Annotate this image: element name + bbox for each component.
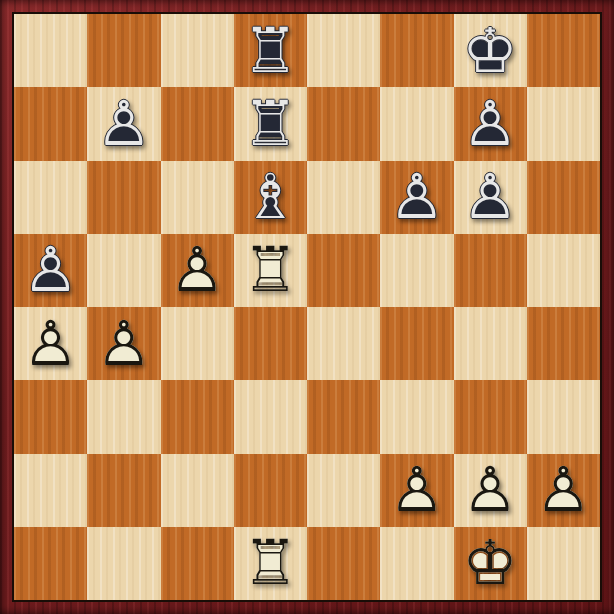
square-a5[interactable]: ♟♙	[14, 234, 87, 307]
square-c6[interactable]	[161, 161, 234, 234]
square-b6[interactable]	[87, 161, 160, 234]
square-h4[interactable]	[527, 307, 600, 380]
white-rook-d5[interactable]: ♜♖	[234, 234, 307, 307]
king-glyph-outline: ♔	[454, 527, 527, 600]
pawn-glyph-outline: ♙	[87, 87, 160, 160]
square-g5[interactable]	[454, 234, 527, 307]
square-a6[interactable]	[14, 161, 87, 234]
square-d1[interactable]: ♜♖	[234, 527, 307, 600]
rook-glyph-outline: ♖	[234, 14, 307, 87]
square-g7[interactable]: ♟♙	[454, 87, 527, 160]
square-a1[interactable]	[14, 527, 87, 600]
black-king-g8[interactable]: ♚♔	[454, 14, 527, 87]
square-b1[interactable]	[87, 527, 160, 600]
square-b2[interactable]	[87, 454, 160, 527]
white-pawn-h2[interactable]: ♟♙	[527, 454, 600, 527]
rook-glyph-outline: ♖	[234, 527, 307, 600]
square-f1[interactable]	[380, 527, 453, 600]
pawn-glyph-outline: ♙	[161, 234, 234, 307]
board-frame: ♜♖♚♔♟♙♜♖♟♙♝♗♟♙♟♙♟♙♟♙♜♖♟♙♟♙♟♙♟♙♟♙♜♖♚♔	[0, 0, 614, 614]
white-king-g1[interactable]: ♚♔	[454, 527, 527, 600]
pawn-glyph-outline: ♙	[14, 307, 87, 380]
square-h8[interactable]	[527, 14, 600, 87]
pawn-glyph-outline: ♙	[454, 454, 527, 527]
bishop-glyph-outline: ♗	[234, 161, 307, 234]
square-b7[interactable]: ♟♙	[87, 87, 160, 160]
square-h3[interactable]	[527, 380, 600, 453]
square-c2[interactable]	[161, 454, 234, 527]
pawn-glyph-outline: ♙	[380, 454, 453, 527]
square-g6[interactable]: ♟♙	[454, 161, 527, 234]
square-h1[interactable]	[527, 527, 600, 600]
black-bishop-d6[interactable]: ♝♗	[234, 161, 307, 234]
square-c7[interactable]	[161, 87, 234, 160]
rook-glyph-outline: ♖	[234, 234, 307, 307]
black-pawn-g6[interactable]: ♟♙	[454, 161, 527, 234]
square-e1[interactable]	[307, 527, 380, 600]
pawn-glyph-outline: ♙	[527, 454, 600, 527]
square-b5[interactable]	[87, 234, 160, 307]
square-c3[interactable]	[161, 380, 234, 453]
white-pawn-f2[interactable]: ♟♙	[380, 454, 453, 527]
black-pawn-b7[interactable]: ♟♙	[87, 87, 160, 160]
square-c4[interactable]	[161, 307, 234, 380]
square-d5[interactable]: ♜♖	[234, 234, 307, 307]
square-f5[interactable]	[380, 234, 453, 307]
square-d6[interactable]: ♝♗	[234, 161, 307, 234]
square-b8[interactable]	[87, 14, 160, 87]
square-h2[interactable]: ♟♙	[527, 454, 600, 527]
square-g1[interactable]: ♚♔	[454, 527, 527, 600]
square-h6[interactable]	[527, 161, 600, 234]
square-g3[interactable]	[454, 380, 527, 453]
square-a4[interactable]: ♟♙	[14, 307, 87, 380]
square-d7[interactable]: ♜♖	[234, 87, 307, 160]
white-pawn-g2[interactable]: ♟♙	[454, 454, 527, 527]
square-f7[interactable]	[380, 87, 453, 160]
black-pawn-g7[interactable]: ♟♙	[454, 87, 527, 160]
square-d2[interactable]	[234, 454, 307, 527]
black-pawn-a5[interactable]: ♟♙	[14, 234, 87, 307]
square-e7[interactable]	[307, 87, 380, 160]
white-rook-d1[interactable]: ♜♖	[234, 527, 307, 600]
pawn-glyph-outline: ♙	[380, 161, 453, 234]
square-f2[interactable]: ♟♙	[380, 454, 453, 527]
square-g2[interactable]: ♟♙	[454, 454, 527, 527]
king-glyph-outline: ♔	[454, 14, 527, 87]
chess-board: ♜♖♚♔♟♙♜♖♟♙♝♗♟♙♟♙♟♙♟♙♜♖♟♙♟♙♟♙♟♙♟♙♜♖♚♔	[12, 12, 602, 602]
square-c5[interactable]: ♟♙	[161, 234, 234, 307]
square-b3[interactable]	[87, 380, 160, 453]
square-e3[interactable]	[307, 380, 380, 453]
pawn-glyph-outline: ♙	[87, 307, 160, 380]
square-g4[interactable]	[454, 307, 527, 380]
square-h5[interactable]	[527, 234, 600, 307]
square-f4[interactable]	[380, 307, 453, 380]
square-d8[interactable]: ♜♖	[234, 14, 307, 87]
pawn-glyph-outline: ♙	[454, 87, 527, 160]
pawn-glyph-outline: ♙	[454, 161, 527, 234]
black-pawn-f6[interactable]: ♟♙	[380, 161, 453, 234]
pawn-glyph-outline: ♙	[14, 234, 87, 307]
white-pawn-b4[interactable]: ♟♙	[87, 307, 160, 380]
square-d3[interactable]	[234, 380, 307, 453]
white-pawn-a4[interactable]: ♟♙	[14, 307, 87, 380]
square-f8[interactable]	[380, 14, 453, 87]
square-h7[interactable]	[527, 87, 600, 160]
square-a3[interactable]	[14, 380, 87, 453]
rook-glyph-outline: ♖	[234, 87, 307, 160]
square-a8[interactable]	[14, 14, 87, 87]
square-d4[interactable]	[234, 307, 307, 380]
square-f6[interactable]: ♟♙	[380, 161, 453, 234]
square-e2[interactable]	[307, 454, 380, 527]
square-e8[interactable]	[307, 14, 380, 87]
square-a7[interactable]	[14, 87, 87, 160]
square-b4[interactable]: ♟♙	[87, 307, 160, 380]
white-pawn-c5[interactable]: ♟♙	[161, 234, 234, 307]
black-rook-d8[interactable]: ♜♖	[234, 14, 307, 87]
square-e4[interactable]	[307, 307, 380, 380]
square-e5[interactable]	[307, 234, 380, 307]
black-rook-d7[interactable]: ♜♖	[234, 87, 307, 160]
square-g8[interactable]: ♚♔	[454, 14, 527, 87]
square-f3[interactable]	[380, 380, 453, 453]
square-e6[interactable]	[307, 161, 380, 234]
square-c8[interactable]	[161, 14, 234, 87]
square-a2[interactable]	[14, 454, 87, 527]
square-c1[interactable]	[161, 527, 234, 600]
